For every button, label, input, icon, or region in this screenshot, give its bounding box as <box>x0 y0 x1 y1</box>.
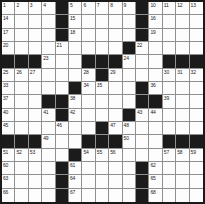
cell-r14c10[interactable] <box>123 175 136 188</box>
cell-r2c8[interactable] <box>96 15 109 28</box>
crossword-puzzle: 1234567891011121314151617181920212223242… <box>0 0 205 204</box>
cell-r9c11[interactable]: 43 <box>136 109 149 122</box>
cell-r2c13[interactable] <box>163 15 176 28</box>
clue-number: 31 <box>177 69 182 75</box>
cell-r15c3[interactable] <box>29 189 42 202</box>
clue-number: 11 <box>164 2 169 8</box>
cell-r15c7[interactable] <box>82 189 95 202</box>
cell-r13c4[interactable] <box>42 162 55 175</box>
cell-r9c6[interactable]: 42 <box>69 109 82 122</box>
cell-r6c11[interactable] <box>136 69 149 82</box>
cell-r3c8[interactable] <box>96 29 109 42</box>
cell-r13c6[interactable]: 61 <box>69 162 82 175</box>
clue-number: 32 <box>191 69 196 75</box>
cell-r12c5[interactable] <box>56 149 69 162</box>
cell-r2c10[interactable] <box>123 15 136 28</box>
cell-r8c2[interactable] <box>15 95 28 108</box>
cell-r15c6[interactable]: 67 <box>69 189 82 202</box>
cell-r4c14[interactable] <box>176 42 189 55</box>
black-cell-r11c14 <box>176 135 189 148</box>
cell-r1c2[interactable]: 2 <box>15 2 28 15</box>
cell-r5c5[interactable] <box>56 55 69 68</box>
cell-r3c10[interactable] <box>123 29 136 42</box>
clue-number: 16 <box>150 15 155 21</box>
clue-number: 38 <box>70 95 75 101</box>
black-cell-r1c5 <box>56 2 69 15</box>
clue-number: 36 <box>150 82 155 88</box>
cell-r1c9[interactable]: 8 <box>109 2 122 15</box>
clue-number: 18 <box>70 29 75 35</box>
clue-number: 2 <box>16 2 19 8</box>
cell-r8c10[interactable] <box>123 95 136 108</box>
cell-r9c7[interactable] <box>82 109 95 122</box>
cell-r7c9[interactable] <box>109 82 122 95</box>
cell-r1c12[interactable]: 10 <box>149 2 162 15</box>
black-cell-r7c6 <box>69 82 82 95</box>
cell-r15c1[interactable]: 66 <box>2 189 15 202</box>
cell-r6c13[interactable]: 30 <box>163 69 176 82</box>
black-cell-r11c7 <box>82 135 95 148</box>
cell-r10c4[interactable] <box>42 122 55 135</box>
black-cell-r11c3 <box>29 135 42 148</box>
cell-r9c14[interactable] <box>176 109 189 122</box>
cell-r11c11[interactable] <box>136 135 149 148</box>
cell-r10c2[interactable] <box>15 122 28 135</box>
black-cell-r8c11 <box>136 95 149 108</box>
cell-r2c3[interactable] <box>29 15 42 28</box>
clue-number: 21 <box>57 42 62 48</box>
cell-r3c15[interactable] <box>190 29 203 42</box>
cell-r15c10[interactable] <box>123 189 136 202</box>
clue-number: 4 <box>43 2 46 8</box>
cell-r7c15[interactable] <box>190 82 203 95</box>
black-cell-r11c15 <box>190 135 203 148</box>
clue-number: 34 <box>83 82 88 88</box>
cell-r10c14[interactable] <box>176 122 189 135</box>
clue-number: 65 <box>150 175 155 181</box>
cell-r6c5[interactable] <box>56 69 69 82</box>
cell-r6c15[interactable]: 32 <box>190 69 203 82</box>
clue-number: 6 <box>83 2 86 8</box>
black-cell-r11c2 <box>15 135 28 148</box>
black-cell-r6c8 <box>96 69 109 82</box>
black-cell-r11c8 <box>96 135 109 148</box>
cell-r9c4[interactable]: 41 <box>42 109 55 122</box>
cell-r2c4[interactable] <box>42 15 55 28</box>
cell-r13c15[interactable] <box>190 162 203 175</box>
cell-r7c4[interactable] <box>42 82 55 95</box>
clue-number: 13 <box>191 2 196 8</box>
cell-r1c4[interactable]: 4 <box>42 2 55 15</box>
clue-number: 17 <box>3 29 8 35</box>
clue-number: 35 <box>97 82 102 88</box>
clue-number: 7 <box>97 2 100 8</box>
clue-number: 28 <box>83 69 88 75</box>
cell-r1c15[interactable]: 13 <box>190 2 203 15</box>
cell-r12c10[interactable] <box>123 149 136 162</box>
clue-number: 19 <box>150 29 155 35</box>
black-cell-r13c5 <box>56 162 69 175</box>
cell-r11c6[interactable] <box>69 135 82 148</box>
black-cell-r8c12 <box>149 95 162 108</box>
clue-number: 62 <box>150 162 155 168</box>
cell-r7c7[interactable]: 34 <box>82 82 95 95</box>
black-cell-r11c13 <box>163 135 176 148</box>
cell-r3c14[interactable] <box>176 29 189 42</box>
cell-r8c14[interactable] <box>176 95 189 108</box>
clue-number: 60 <box>3 162 8 168</box>
cell-r12c12[interactable] <box>149 149 162 162</box>
cell-r3c2[interactable] <box>15 29 28 42</box>
cell-r12c2[interactable]: 52 <box>15 149 28 162</box>
cell-r11c5[interactable] <box>56 135 69 148</box>
cell-r4c13[interactable] <box>163 42 176 55</box>
cell-r13c3[interactable] <box>29 162 42 175</box>
cell-r2c15[interactable] <box>190 15 203 28</box>
clue-number: 66 <box>3 189 8 195</box>
cell-r5c6[interactable] <box>69 55 82 68</box>
cell-r7c14[interactable] <box>176 82 189 95</box>
clue-number: 43 <box>137 109 142 115</box>
cell-r13c8[interactable] <box>96 162 109 175</box>
clue-number: 23 <box>43 55 48 61</box>
black-cell-r8c5 <box>56 95 69 108</box>
clue-number: 12 <box>177 2 182 8</box>
cell-r4c8[interactable] <box>96 42 109 55</box>
cell-r15c12[interactable]: 68 <box>149 189 162 202</box>
cell-r8c13[interactable]: 39 <box>163 95 176 108</box>
cell-r9c15[interactable] <box>190 109 203 122</box>
cell-r7c8[interactable]: 35 <box>96 82 109 95</box>
cell-r1c13[interactable]: 11 <box>163 2 176 15</box>
clue-number: 41 <box>43 109 48 115</box>
crossword-grid: 1234567891011121314151617181920212223242… <box>0 0 205 204</box>
black-cell-r3c11 <box>136 29 149 42</box>
black-cell-r14c5 <box>56 175 69 188</box>
clue-number: 42 <box>70 109 75 115</box>
cell-r3c9[interactable] <box>109 29 122 42</box>
clue-number: 52 <box>16 149 21 155</box>
cell-r8c6[interactable]: 38 <box>69 95 82 108</box>
clue-number: 5 <box>70 2 73 8</box>
cell-r13c2[interactable] <box>15 162 28 175</box>
cell-r4c12[interactable] <box>149 42 162 55</box>
cell-r8c3[interactable] <box>29 95 42 108</box>
clue-number: 26 <box>16 69 21 75</box>
clue-number: 54 <box>83 149 88 155</box>
cell-r14c15[interactable] <box>190 175 203 188</box>
cell-r15c9[interactable] <box>109 189 122 202</box>
black-cell-r15c11 <box>136 189 149 202</box>
cell-r10c9[interactable]: 47 <box>109 122 122 135</box>
cell-r12c1[interactable]: 51 <box>2 149 15 162</box>
cell-r2c2[interactable] <box>15 15 28 28</box>
cell-r10c7[interactable] <box>82 122 95 135</box>
cell-r3c7[interactable] <box>82 29 95 42</box>
cell-r9c8[interactable] <box>96 109 109 122</box>
cell-r13c13[interactable] <box>163 162 176 175</box>
cell-r1c6[interactable]: 5 <box>69 2 82 15</box>
cell-r14c4[interactable] <box>42 175 55 188</box>
cell-r10c1[interactable]: 45 <box>2 122 15 135</box>
cell-r10c12[interactable] <box>149 122 162 135</box>
cell-r7c2[interactable] <box>15 82 28 95</box>
cell-r14c8[interactable] <box>96 175 109 188</box>
cell-r4c6[interactable] <box>69 42 82 55</box>
black-cell-r8c4 <box>42 95 55 108</box>
clue-number: 49 <box>43 135 48 141</box>
clue-number: 63 <box>3 175 8 181</box>
cell-r4c4[interactable] <box>42 42 55 55</box>
cell-r15c2[interactable] <box>15 189 28 202</box>
cell-r10c13[interactable] <box>163 122 176 135</box>
cell-r3c13[interactable] <box>163 29 176 42</box>
cell-r14c14[interactable] <box>176 175 189 188</box>
cell-r2c1[interactable]: 14 <box>2 15 15 28</box>
black-cell-r7c11 <box>136 82 149 95</box>
cell-r15c14[interactable] <box>176 189 189 202</box>
black-cell-r9c5 <box>56 109 69 122</box>
cell-r6c4[interactable] <box>42 69 55 82</box>
cell-r9c13[interactable] <box>163 109 176 122</box>
cell-r14c7[interactable] <box>82 175 95 188</box>
cell-r2c9[interactable] <box>109 15 122 28</box>
clue-number: 55 <box>97 149 102 155</box>
cell-r14c1[interactable]: 63 <box>2 175 15 188</box>
cell-r14c2[interactable] <box>15 175 28 188</box>
black-cell-r5c7 <box>82 55 95 68</box>
cell-r1c1[interactable]: 1 <box>2 2 15 15</box>
cell-r8c7[interactable] <box>82 95 95 108</box>
cell-r9c3[interactable] <box>29 109 42 122</box>
cell-r1c14[interactable]: 12 <box>176 2 189 15</box>
clue-number: 29 <box>110 69 115 75</box>
clue-number: 67 <box>70 189 75 195</box>
cell-r13c9[interactable] <box>109 162 122 175</box>
clue-number: 58 <box>177 149 182 155</box>
cell-r14c3[interactable] <box>29 175 42 188</box>
cell-r15c8[interactable] <box>96 189 109 202</box>
clue-number: 48 <box>124 122 129 128</box>
cell-r12c4[interactable] <box>42 149 55 162</box>
black-cell-r5c3 <box>29 55 42 68</box>
clue-number: 45 <box>3 122 8 128</box>
cell-r14c13[interactable] <box>163 175 176 188</box>
clue-number: 14 <box>3 15 8 21</box>
clue-number: 22 <box>137 42 142 48</box>
cell-r4c11[interactable]: 22 <box>136 42 149 55</box>
black-cell-r3c5 <box>56 29 69 42</box>
cell-r6c12[interactable] <box>149 69 162 82</box>
cell-r6c6[interactable] <box>69 69 82 82</box>
cell-r6c10[interactable] <box>123 69 136 82</box>
cell-r12c11[interactable] <box>136 149 149 162</box>
cell-r12c8[interactable]: 55 <box>96 149 109 162</box>
cell-r13c14[interactable] <box>176 162 189 175</box>
cell-r7c5[interactable] <box>56 82 69 95</box>
cell-r1c7[interactable]: 6 <box>82 2 95 15</box>
black-cell-r15c5 <box>56 189 69 202</box>
cell-r10c15[interactable] <box>190 122 203 135</box>
clue-number: 33 <box>3 82 8 88</box>
cell-r4c5[interactable]: 21 <box>56 42 69 55</box>
cell-r4c7[interactable] <box>82 42 95 55</box>
cell-r14c6[interactable]: 64 <box>69 175 82 188</box>
black-cell-r1c11 <box>136 2 149 15</box>
cell-r15c4[interactable] <box>42 189 55 202</box>
cell-r5c10[interactable]: 24 <box>123 55 136 68</box>
cell-r11c4[interactable]: 49 <box>42 135 55 148</box>
cell-r7c3[interactable] <box>29 82 42 95</box>
cell-r4c1[interactable]: 20 <box>2 42 15 55</box>
cell-r14c9[interactable] <box>109 175 122 188</box>
cell-r8c9[interactable] <box>109 95 122 108</box>
cell-r11c12[interactable] <box>149 135 162 148</box>
cell-r7c1[interactable]: 33 <box>2 82 15 95</box>
clue-number: 59 <box>191 149 196 155</box>
cell-r4c9[interactable] <box>109 42 122 55</box>
cell-r12c13[interactable]: 57 <box>163 149 176 162</box>
cell-r6c3[interactable]: 27 <box>29 69 42 82</box>
clue-number: 57 <box>164 149 169 155</box>
cell-r8c1[interactable]: 37 <box>2 95 15 108</box>
cell-r9c1[interactable]: 40 <box>2 109 15 122</box>
cell-r9c9[interactable] <box>109 109 122 122</box>
clue-number: 44 <box>150 109 155 115</box>
cell-r10c5[interactable]: 46 <box>56 122 69 135</box>
black-cell-r5c8 <box>96 55 109 68</box>
cell-r8c8[interactable] <box>96 95 109 108</box>
clue-number: 51 <box>3 149 8 155</box>
clue-number: 1 <box>3 2 6 8</box>
cell-r5c11[interactable] <box>136 55 149 68</box>
black-cell-r5c15 <box>190 55 203 68</box>
clue-number: 15 <box>70 15 75 21</box>
clue-number: 56 <box>110 149 115 155</box>
black-cell-r11c1 <box>2 135 15 148</box>
cell-r2c6[interactable]: 15 <box>69 15 82 28</box>
cell-r2c7[interactable] <box>82 15 95 28</box>
clue-number: 61 <box>70 162 75 168</box>
black-cell-r13c11 <box>136 162 149 175</box>
black-cell-r2c5 <box>56 15 69 28</box>
cell-r13c12[interactable]: 62 <box>149 162 162 175</box>
cell-r1c10[interactable]: 9 <box>123 2 136 15</box>
black-cell-r14c11 <box>136 175 149 188</box>
cell-r12c15[interactable]: 59 <box>190 149 203 162</box>
black-cell-r12c6 <box>69 149 82 162</box>
cell-r12c7[interactable]: 54 <box>82 149 95 162</box>
black-cell-r10c8 <box>96 122 109 135</box>
clue-number: 20 <box>3 42 8 48</box>
clue-number: 30 <box>164 69 169 75</box>
clue-number: 39 <box>164 95 169 101</box>
cell-r10c6[interactable] <box>69 122 82 135</box>
clue-number: 50 <box>124 135 129 141</box>
cell-r3c3[interactable] <box>29 29 42 42</box>
cell-r10c11[interactable] <box>136 122 149 135</box>
clue-number: 40 <box>3 109 8 115</box>
clue-number: 64 <box>70 175 75 181</box>
clue-number: 37 <box>3 95 8 101</box>
cell-r3c1[interactable]: 17 <box>2 29 15 42</box>
cell-r5c12[interactable] <box>149 55 162 68</box>
black-cell-r5c1 <box>2 55 15 68</box>
cell-r6c2[interactable]: 26 <box>15 69 28 82</box>
black-cell-r5c9 <box>109 55 122 68</box>
clue-number: 9 <box>124 2 127 8</box>
cell-r10c10[interactable]: 48 <box>123 122 136 135</box>
black-cell-r11c9 <box>109 135 122 148</box>
cell-r7c12[interactable]: 36 <box>149 82 162 95</box>
black-cell-r5c2 <box>15 55 28 68</box>
cell-r3c6[interactable]: 18 <box>69 29 82 42</box>
cell-r8c15[interactable] <box>190 95 203 108</box>
black-cell-r4c10 <box>123 42 136 55</box>
cell-r15c13[interactable] <box>163 189 176 202</box>
clue-number: 10 <box>150 2 155 8</box>
clue-number: 27 <box>30 69 35 75</box>
cell-r2c12[interactable]: 16 <box>149 15 162 28</box>
cell-r7c10[interactable] <box>123 82 136 95</box>
cell-r13c7[interactable] <box>82 162 95 175</box>
clue-number: 3 <box>30 2 33 8</box>
cell-r13c1[interactable]: 60 <box>2 162 15 175</box>
cell-r7c13[interactable] <box>163 82 176 95</box>
cell-r6c7[interactable]: 28 <box>82 69 95 82</box>
black-cell-r5c14 <box>176 55 189 68</box>
cell-r4c3[interactable] <box>29 42 42 55</box>
cell-r6c1[interactable]: 25 <box>2 69 15 82</box>
black-cell-r9c10 <box>123 109 136 122</box>
cell-r11c10[interactable]: 50 <box>123 135 136 148</box>
clue-number: 46 <box>57 122 62 128</box>
cell-r15c15[interactable] <box>190 189 203 202</box>
clue-number: 53 <box>30 149 35 155</box>
black-cell-r5c13 <box>163 55 176 68</box>
cell-r14c12[interactable]: 65 <box>149 175 162 188</box>
cell-r9c12[interactable]: 44 <box>149 109 162 122</box>
cell-r12c3[interactable]: 53 <box>29 149 42 162</box>
cell-r6c9[interactable]: 29 <box>109 69 122 82</box>
black-cell-r2c11 <box>136 15 149 28</box>
cell-r3c4[interactable] <box>42 29 55 42</box>
clue-number: 8 <box>110 2 113 8</box>
cell-r5c4[interactable]: 23 <box>42 55 55 68</box>
cell-r12c14[interactable]: 58 <box>176 149 189 162</box>
clue-number: 47 <box>110 122 115 128</box>
cell-r9c2[interactable] <box>15 109 28 122</box>
cell-r13c10[interactable] <box>123 162 136 175</box>
clue-number: 24 <box>124 55 129 61</box>
cell-r4c15[interactable] <box>190 42 203 55</box>
cell-r4c2[interactable] <box>15 42 28 55</box>
cell-r10c3[interactable] <box>29 122 42 135</box>
cell-r2c14[interactable] <box>176 15 189 28</box>
cell-r3c12[interactable]: 19 <box>149 29 162 42</box>
cell-r12c9[interactable]: 56 <box>109 149 122 162</box>
clue-number: 68 <box>150 189 155 195</box>
cell-r6c14[interactable]: 31 <box>176 69 189 82</box>
cell-r1c8[interactable]: 7 <box>96 2 109 15</box>
cell-r1c3[interactable]: 3 <box>29 2 42 15</box>
clue-number: 25 <box>3 69 8 75</box>
